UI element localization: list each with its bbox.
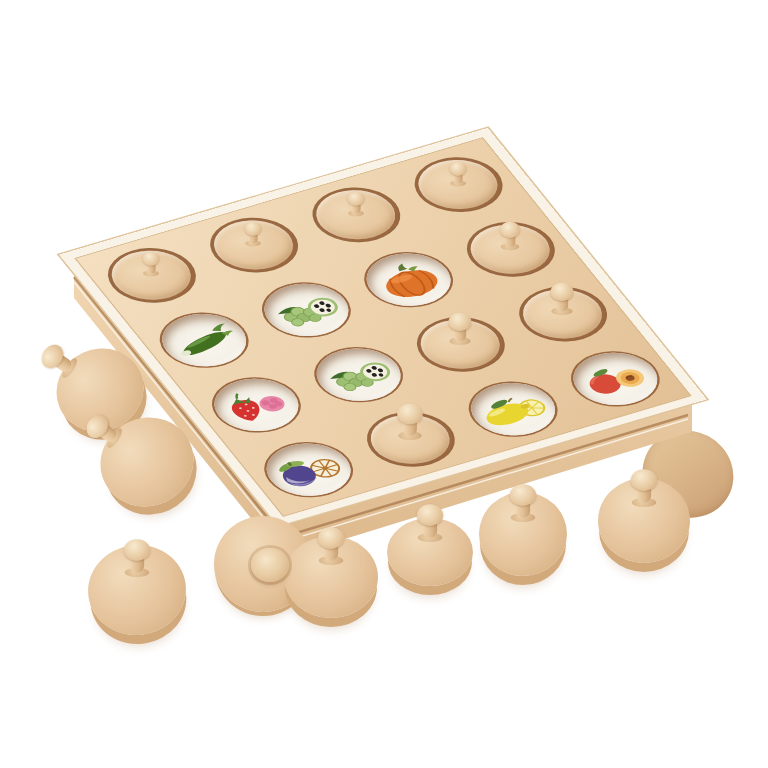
hole-open-r2c3[interactable] — [352, 245, 465, 314]
peg-knob-r3c4[interactable] — [548, 283, 576, 316]
fruit-cucumber-icon — [154, 312, 252, 369]
hole-open-r2c2[interactable] — [249, 275, 362, 344]
peg-knob-r2c4[interactable] — [498, 222, 523, 251]
fruit-mangosteen-icon — [259, 441, 357, 498]
fruit-pumpkin-icon — [359, 251, 457, 308]
disc-bottom-left-knob[interactable] — [121, 539, 154, 578]
disc-bottom-3-knob[interactable] — [507, 484, 540, 523]
fruit-custard-apple-icon — [257, 281, 355, 338]
hole-open-r4c4[interactable] — [558, 344, 671, 413]
hole-open-r4c1[interactable] — [252, 435, 365, 504]
peg-knob-r1c4[interactable] — [447, 161, 468, 186]
fruit-custard-apple-icon — [309, 346, 407, 403]
peg-knob-r4c2[interactable] — [394, 404, 426, 442]
scene — [0, 0, 768, 768]
disc-bottom-1-knob[interactable] — [315, 527, 348, 566]
disc-bottom-2-knob[interactable] — [414, 504, 447, 543]
peg-knob-r1c1[interactable] — [141, 252, 162, 277]
peg-knob-r1c2[interactable] — [243, 222, 264, 247]
hole-open-r4c3[interactable] — [456, 374, 569, 443]
fruit-lemon-icon — [463, 381, 561, 438]
peg-knob-r1c3[interactable] — [345, 192, 366, 217]
fruit-peach-icon — [565, 350, 663, 407]
hole-open-r2c1[interactable] — [147, 305, 260, 374]
disc-corner-wheel-knob[interactable] — [249, 546, 291, 584]
hole-open-r3c1[interactable] — [199, 370, 312, 439]
disc-bottom-right-knob[interactable] — [628, 470, 661, 509]
peg-knob-r3c3[interactable] — [446, 313, 474, 346]
fruit-strawberry-icon — [207, 376, 305, 433]
hole-open-r3c2[interactable] — [302, 340, 415, 409]
